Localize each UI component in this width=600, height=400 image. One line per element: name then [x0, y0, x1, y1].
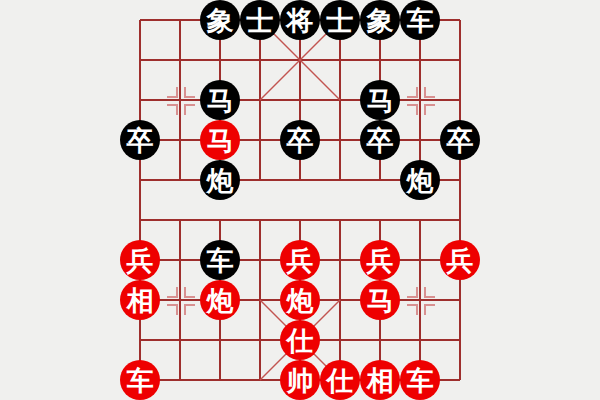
marker-bracket	[424, 287, 435, 298]
board-point[interactable]	[440, 40, 480, 80]
board-point[interactable]: 卒	[360, 120, 400, 160]
board-point[interactable]	[160, 40, 200, 80]
board-point[interactable]	[440, 200, 480, 240]
board-point[interactable]	[240, 120, 280, 160]
cannon-point-marker	[400, 280, 440, 320]
piece-red-cannon[interactable]: 炮	[200, 280, 240, 320]
board-point[interactable]	[440, 160, 480, 200]
piece-black-cannon[interactable]: 炮	[400, 160, 440, 200]
board-point[interactable]	[400, 240, 440, 280]
piece-red-pawn[interactable]: 兵	[440, 240, 480, 280]
piece-red-horse[interactable]: 马	[360, 280, 400, 320]
marker-bracket	[167, 104, 178, 115]
board-point[interactable]: 炮	[200, 160, 240, 200]
board-point[interactable]	[440, 280, 480, 320]
board-point[interactable]	[240, 200, 280, 240]
piece-red-horse[interactable]: 马	[200, 120, 240, 160]
piece-red-cannon[interactable]: 炮	[280, 280, 320, 320]
board-point[interactable]: 仕	[280, 320, 320, 360]
board-point[interactable]	[320, 160, 360, 200]
piece-red-pawn[interactable]: 兵	[360, 240, 400, 280]
board-point[interactable]: 士	[320, 0, 360, 40]
board-point[interactable]	[200, 320, 240, 360]
board-intersections: 象士将士象车马马卒马卒卒卒炮炮兵车兵兵兵相炮炮马仕车帅仕相车	[120, 0, 480, 400]
board-point[interactable]	[280, 200, 320, 240]
board-point[interactable]	[400, 200, 440, 240]
piece-black-horse[interactable]: 马	[360, 80, 400, 120]
board-point[interactable]	[240, 40, 280, 80]
piece-red-elephant[interactable]: 相	[360, 360, 400, 400]
piece-red-pawn[interactable]: 兵	[280, 240, 320, 280]
cannon-point-marker	[160, 80, 200, 120]
piece-black-general[interactable]: 将	[280, 0, 320, 40]
board-point[interactable]	[240, 320, 280, 360]
board-point[interactable]: 仕	[320, 360, 360, 400]
board-point[interactable]	[440, 80, 480, 120]
piece-black-chariot[interactable]: 车	[200, 240, 240, 280]
board-point[interactable]: 马	[360, 280, 400, 320]
board-point[interactable]: 马	[360, 80, 400, 120]
piece-red-chariot[interactable]: 车	[400, 360, 440, 400]
board-point[interactable]: 兵	[120, 240, 160, 280]
marker-bracket	[184, 87, 195, 98]
board-point[interactable]: 兵	[440, 240, 480, 280]
board-point[interactable]	[120, 320, 160, 360]
board-point[interactable]: 车	[400, 360, 440, 400]
piece-red-chariot[interactable]: 车	[120, 360, 160, 400]
board-point[interactable]	[120, 200, 160, 240]
piece-red-general[interactable]: 帅	[280, 360, 320, 400]
board-point[interactable]	[200, 360, 240, 400]
piece-black-advisor[interactable]: 士	[320, 0, 360, 40]
board-point[interactable]	[320, 240, 360, 280]
board-point[interactable]	[320, 40, 360, 80]
board-point[interactable]	[120, 40, 160, 80]
board-point[interactable]	[240, 80, 280, 120]
board-point[interactable]	[240, 360, 280, 400]
board-point[interactable]	[360, 160, 400, 200]
piece-black-pawn[interactable]: 卒	[440, 120, 480, 160]
piece-red-advisor[interactable]: 仕	[280, 320, 320, 360]
piece-black-pawn[interactable]: 卒	[360, 120, 400, 160]
piece-black-horse[interactable]: 马	[200, 80, 240, 120]
board-point[interactable]: 炮	[400, 160, 440, 200]
board-point[interactable]	[280, 40, 320, 80]
cannon-point-marker	[160, 280, 200, 320]
board-point[interactable]: 士	[240, 0, 280, 40]
board-point[interactable]: 兵	[280, 240, 320, 280]
marker-bracket	[424, 104, 435, 115]
board-point[interactable]: 卒	[120, 120, 160, 160]
marker-bracket	[167, 87, 178, 98]
board-point[interactable]: 马	[200, 80, 240, 120]
board-point[interactable]	[320, 280, 360, 320]
board-point[interactable]	[360, 320, 400, 360]
marker-bracket	[407, 87, 418, 98]
marker-bracket	[167, 287, 178, 298]
marker-bracket	[184, 304, 195, 315]
board-point[interactable]: 将	[280, 0, 320, 40]
board-point[interactable]: 车	[200, 240, 240, 280]
board-point[interactable]	[200, 200, 240, 240]
marker-bracket	[184, 104, 195, 115]
piece-black-pawn[interactable]: 卒	[280, 120, 320, 160]
board-point[interactable]	[400, 80, 440, 120]
board-point[interactable]: 兵	[360, 240, 400, 280]
board-point[interactable]	[320, 200, 360, 240]
board-point[interactable]: 帅	[280, 360, 320, 400]
board-point[interactable]	[360, 200, 400, 240]
board-point[interactable]: 车	[120, 360, 160, 400]
board-point[interactable]: 相	[360, 360, 400, 400]
board-point[interactable]: 车	[400, 0, 440, 40]
board-point[interactable]: 炮	[280, 280, 320, 320]
board-point[interactable]	[320, 320, 360, 360]
board-point[interactable]	[280, 160, 320, 200]
board-point[interactable]	[440, 0, 480, 40]
board-point[interactable]	[320, 80, 360, 120]
board-point[interactable]	[240, 280, 280, 320]
board-point[interactable]: 相	[120, 280, 160, 320]
piece-black-pawn[interactable]: 卒	[120, 120, 160, 160]
board-point[interactable]	[160, 240, 200, 280]
board-point[interactable]	[400, 320, 440, 360]
board-point[interactable]	[120, 160, 160, 200]
board-point[interactable]	[160, 160, 200, 200]
marker-bracket	[407, 104, 418, 115]
board-point[interactable]	[200, 40, 240, 80]
board-point[interactable]	[240, 240, 280, 280]
board-point[interactable]	[400, 280, 440, 320]
marker-bracket	[407, 287, 418, 298]
board-point[interactable]	[400, 120, 440, 160]
board-point[interactable]	[280, 80, 320, 120]
board-point[interactable]: 象	[360, 0, 400, 40]
cannon-point-marker	[400, 80, 440, 120]
marker-bracket	[424, 304, 435, 315]
board-point[interactable]	[160, 80, 200, 120]
marker-bracket	[184, 287, 195, 298]
board-point[interactable]	[160, 0, 200, 40]
board-point[interactable]	[160, 200, 200, 240]
piece-black-chariot[interactable]: 车	[400, 0, 440, 40]
piece-black-elephant[interactable]: 象	[360, 0, 400, 40]
piece-red-pawn[interactable]: 兵	[120, 240, 160, 280]
piece-black-advisor[interactable]: 士	[240, 0, 280, 40]
board-point[interactable]: 卒	[280, 120, 320, 160]
board-point[interactable]	[120, 80, 160, 120]
board-point[interactable]	[320, 120, 360, 160]
board-point[interactable]	[440, 320, 480, 360]
marker-bracket	[424, 87, 435, 98]
board-point[interactable]: 炮	[200, 280, 240, 320]
piece-red-advisor[interactable]: 仕	[320, 360, 360, 400]
board-point[interactable]	[160, 360, 200, 400]
board-point[interactable]	[160, 280, 200, 320]
board-point[interactable]: 卒	[440, 120, 480, 160]
board-point[interactable]: 马	[200, 120, 240, 160]
marker-bracket	[167, 304, 178, 315]
piece-black-elephant[interactable]: 象	[200, 0, 240, 40]
board-point[interactable]	[440, 360, 480, 400]
board-point[interactable]	[120, 0, 160, 40]
board-point[interactable]: 象	[200, 0, 240, 40]
xiangqi-board: 象士将士象车马马卒马卒卒卒炮炮兵车兵兵兵相炮炮马仕车帅仕相车	[0, 0, 600, 400]
board-point[interactable]	[160, 120, 200, 160]
board-point[interactable]	[160, 320, 200, 360]
marker-bracket	[407, 304, 418, 315]
piece-black-cannon[interactable]: 炮	[200, 160, 240, 200]
board-point[interactable]	[240, 160, 280, 200]
board-point[interactable]	[360, 40, 400, 80]
board-point[interactable]	[400, 40, 440, 80]
piece-red-elephant[interactable]: 相	[120, 280, 160, 320]
